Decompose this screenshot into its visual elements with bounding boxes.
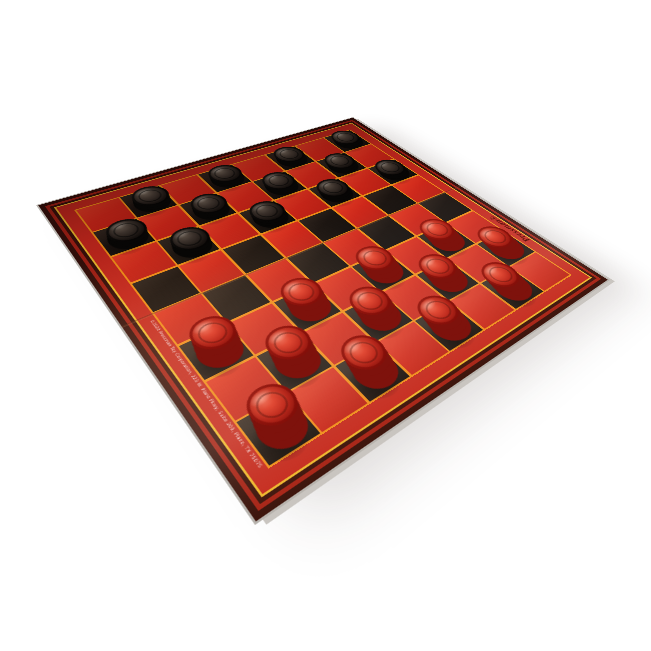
photo-backdrop: ©2020 Pressman Toy Corporation, 223 W. P…	[0, 0, 651, 651]
checkers-board: ©2020 Pressman Toy Corporation, 223 W. P…	[36, 117, 610, 525]
